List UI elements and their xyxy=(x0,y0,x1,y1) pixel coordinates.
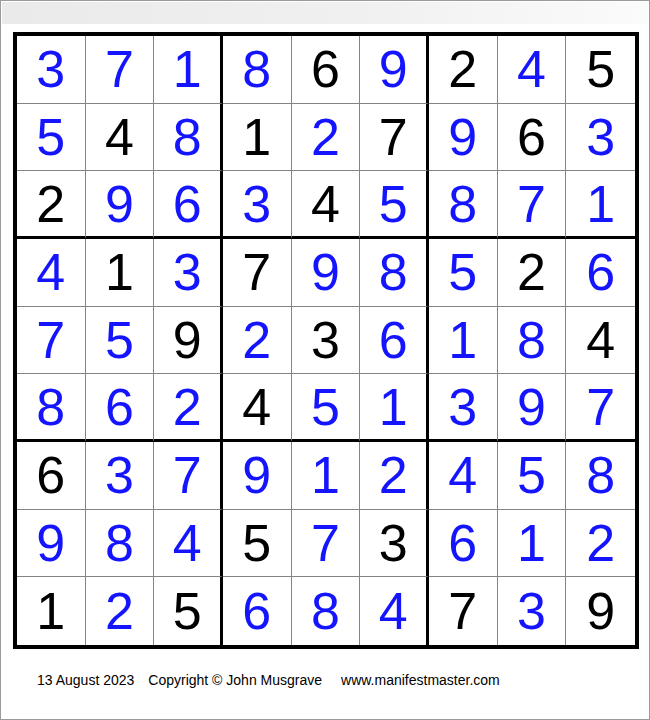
cell-r4c7: 5 xyxy=(429,239,498,307)
cell-r8c6: 3 xyxy=(360,510,429,578)
cell-r3c3: 6 xyxy=(154,171,223,239)
cell-r6c1: 8 xyxy=(17,374,86,442)
cell-r3c1: 2 xyxy=(17,171,86,239)
cell-r7c8: 5 xyxy=(498,442,567,510)
cell-r8c2: 8 xyxy=(86,510,155,578)
cell-r1c2: 7 xyxy=(86,36,155,104)
cell-r8c8: 1 xyxy=(498,510,567,578)
cell-r5c2: 5 xyxy=(86,307,155,375)
cell-r5c1: 7 xyxy=(17,307,86,375)
cell-r2c1: 5 xyxy=(17,104,86,172)
cell-r4c4: 7 xyxy=(223,239,292,307)
sudoku-board: 3718692455481279632963458714137985267592… xyxy=(13,32,639,649)
cell-r7c4: 9 xyxy=(223,442,292,510)
cell-r5c8: 8 xyxy=(498,307,567,375)
cell-r2c5: 2 xyxy=(292,104,361,172)
cell-r2c4: 1 xyxy=(223,104,292,172)
cell-r5c4: 2 xyxy=(223,307,292,375)
cell-r7c9: 8 xyxy=(566,442,635,510)
cell-r9c8: 3 xyxy=(498,577,567,645)
cell-r7c6: 2 xyxy=(360,442,429,510)
cell-r3c9: 1 xyxy=(566,171,635,239)
cell-r6c4: 4 xyxy=(223,374,292,442)
cell-r4c8: 2 xyxy=(498,239,567,307)
cell-r3c7: 8 xyxy=(429,171,498,239)
window-titlebar xyxy=(2,2,648,24)
cell-r7c3: 7 xyxy=(154,442,223,510)
footer-date: 13 August 2023 xyxy=(37,672,134,688)
cell-r9c5: 8 xyxy=(292,577,361,645)
cell-r5c9: 4 xyxy=(566,307,635,375)
cell-r4c9: 6 xyxy=(566,239,635,307)
cell-r1c1: 3 xyxy=(17,36,86,104)
cell-r5c6: 6 xyxy=(360,307,429,375)
footer-website: www.manifestmaster.com xyxy=(341,672,500,688)
cell-r1c5: 6 xyxy=(292,36,361,104)
cell-r9c1: 1 xyxy=(17,577,86,645)
cell-r6c5: 5 xyxy=(292,374,361,442)
cell-r6c7: 3 xyxy=(429,374,498,442)
cell-r2c8: 6 xyxy=(498,104,567,172)
footer: 13 August 2023Copyright © John Musgravew… xyxy=(37,672,500,688)
cell-r3c2: 9 xyxy=(86,171,155,239)
cell-r3c5: 4 xyxy=(292,171,361,239)
cell-r9c6: 4 xyxy=(360,577,429,645)
cell-r8c4: 5 xyxy=(223,510,292,578)
cell-r1c7: 2 xyxy=(429,36,498,104)
cell-r9c4: 6 xyxy=(223,577,292,645)
cell-r8c3: 4 xyxy=(154,510,223,578)
cell-r2c9: 3 xyxy=(566,104,635,172)
cell-r9c3: 5 xyxy=(154,577,223,645)
cell-r6c3: 2 xyxy=(154,374,223,442)
cell-r6c6: 1 xyxy=(360,374,429,442)
cell-r3c8: 7 xyxy=(498,171,567,239)
cell-r1c3: 1 xyxy=(154,36,223,104)
cell-r5c5: 3 xyxy=(292,307,361,375)
cell-r2c7: 9 xyxy=(429,104,498,172)
cell-r7c5: 1 xyxy=(292,442,361,510)
cell-r2c6: 7 xyxy=(360,104,429,172)
cell-r8c5: 7 xyxy=(292,510,361,578)
cell-r4c1: 4 xyxy=(17,239,86,307)
cell-r8c9: 2 xyxy=(566,510,635,578)
cell-r7c1: 6 xyxy=(17,442,86,510)
cell-r9c9: 9 xyxy=(566,577,635,645)
cell-r5c3: 9 xyxy=(154,307,223,375)
cell-r6c9: 7 xyxy=(566,374,635,442)
cell-r4c6: 8 xyxy=(360,239,429,307)
cell-r2c3: 8 xyxy=(154,104,223,172)
cell-r8c7: 6 xyxy=(429,510,498,578)
cell-r9c7: 7 xyxy=(429,577,498,645)
cell-r8c1: 9 xyxy=(17,510,86,578)
cell-r4c2: 1 xyxy=(86,239,155,307)
cell-r4c5: 9 xyxy=(292,239,361,307)
cell-r1c6: 9 xyxy=(360,36,429,104)
cell-r4c3: 3 xyxy=(154,239,223,307)
footer-copyright: Copyright © John Musgrave xyxy=(148,672,322,688)
cell-r6c2: 6 xyxy=(86,374,155,442)
cell-r9c2: 2 xyxy=(86,577,155,645)
cell-r6c8: 9 xyxy=(498,374,567,442)
cell-r2c2: 4 xyxy=(86,104,155,172)
cell-r5c7: 1 xyxy=(429,307,498,375)
cell-r1c4: 8 xyxy=(223,36,292,104)
page: 3718692455481279632963458714137985267592… xyxy=(0,0,650,720)
cell-r7c2: 3 xyxy=(86,442,155,510)
cell-r3c4: 3 xyxy=(223,171,292,239)
cell-r1c8: 4 xyxy=(498,36,567,104)
cell-r3c6: 5 xyxy=(360,171,429,239)
cell-r7c7: 4 xyxy=(429,442,498,510)
cell-r1c9: 5 xyxy=(566,36,635,104)
